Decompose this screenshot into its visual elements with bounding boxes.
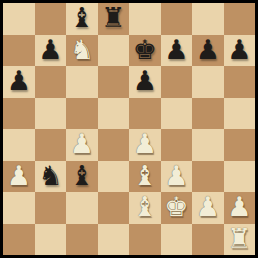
square-a4[interactable] <box>3 129 35 161</box>
piece-white-pawn[interactable]: ♟ <box>70 130 94 157</box>
square-b5[interactable] <box>35 98 67 130</box>
square-c6[interactable] <box>66 66 98 98</box>
square-c8[interactable]: ♝ <box>66 3 98 35</box>
square-f1[interactable] <box>161 224 193 256</box>
square-b6[interactable] <box>35 66 67 98</box>
square-d2[interactable] <box>98 192 130 224</box>
square-g2[interactable]: ♟ <box>192 192 224 224</box>
square-d8[interactable]: ♜ <box>98 3 130 35</box>
square-h5[interactable] <box>224 98 256 130</box>
square-g3[interactable] <box>192 161 224 193</box>
square-f5[interactable] <box>161 98 193 130</box>
square-c5[interactable] <box>66 98 98 130</box>
chess-board-frame: ♝♜♟♞♚♟♟♟♟♟♟♟♟♞♝♝♟♝♚♟♟♜ <box>0 0 258 258</box>
square-g6[interactable] <box>192 66 224 98</box>
piece-black-pawn[interactable]: ♟ <box>133 67 157 94</box>
piece-black-pawn[interactable]: ♟ <box>7 67 31 94</box>
square-f6[interactable] <box>161 66 193 98</box>
piece-black-bishop[interactable]: ♝ <box>70 4 94 31</box>
square-c3[interactable]: ♝ <box>66 161 98 193</box>
square-h2[interactable]: ♟ <box>224 192 256 224</box>
piece-black-pawn[interactable]: ♟ <box>227 36 251 63</box>
piece-white-pawn[interactable]: ♟ <box>196 193 220 220</box>
square-c2[interactable] <box>66 192 98 224</box>
square-h6[interactable] <box>224 66 256 98</box>
square-e6[interactable]: ♟ <box>129 66 161 98</box>
piece-black-pawn[interactable]: ♟ <box>196 36 220 63</box>
square-c1[interactable] <box>66 224 98 256</box>
square-e8[interactable] <box>129 3 161 35</box>
square-d4[interactable] <box>98 129 130 161</box>
chess-board: ♝♜♟♞♚♟♟♟♟♟♟♟♟♞♝♝♟♝♚♟♟♜ <box>3 3 255 255</box>
piece-white-king[interactable]: ♚ <box>164 193 188 220</box>
square-d7[interactable] <box>98 35 130 67</box>
square-b3[interactable]: ♞ <box>35 161 67 193</box>
square-f7[interactable]: ♟ <box>161 35 193 67</box>
piece-white-bishop[interactable]: ♝ <box>133 193 157 220</box>
piece-white-bishop[interactable]: ♝ <box>133 162 157 189</box>
square-d3[interactable] <box>98 161 130 193</box>
piece-black-rook[interactable]: ♜ <box>101 4 125 31</box>
piece-black-bishop[interactable]: ♝ <box>70 162 94 189</box>
square-h3[interactable] <box>224 161 256 193</box>
piece-white-pawn[interactable]: ♟ <box>164 162 188 189</box>
square-b4[interactable] <box>35 129 67 161</box>
piece-black-king[interactable]: ♚ <box>133 36 157 63</box>
square-d6[interactable] <box>98 66 130 98</box>
square-g8[interactable] <box>192 3 224 35</box>
square-g7[interactable]: ♟ <box>192 35 224 67</box>
square-a8[interactable] <box>3 3 35 35</box>
piece-white-pawn[interactable]: ♟ <box>227 193 251 220</box>
square-f4[interactable] <box>161 129 193 161</box>
square-e5[interactable] <box>129 98 161 130</box>
piece-black-knight[interactable]: ♞ <box>38 162 62 189</box>
square-c7[interactable]: ♞ <box>66 35 98 67</box>
square-e1[interactable] <box>129 224 161 256</box>
square-f2[interactable]: ♚ <box>161 192 193 224</box>
square-b2[interactable] <box>35 192 67 224</box>
square-e2[interactable]: ♝ <box>129 192 161 224</box>
square-h4[interactable] <box>224 129 256 161</box>
square-d5[interactable] <box>98 98 130 130</box>
square-a3[interactable]: ♟ <box>3 161 35 193</box>
piece-white-rook[interactable]: ♜ <box>227 225 251 252</box>
square-b8[interactable] <box>35 3 67 35</box>
square-h7[interactable]: ♟ <box>224 35 256 67</box>
square-e3[interactable]: ♝ <box>129 161 161 193</box>
square-h8[interactable] <box>224 3 256 35</box>
square-d1[interactable] <box>98 224 130 256</box>
square-f3[interactable]: ♟ <box>161 161 193 193</box>
square-a1[interactable] <box>3 224 35 256</box>
square-b7[interactable]: ♟ <box>35 35 67 67</box>
square-a2[interactable] <box>3 192 35 224</box>
piece-white-pawn[interactable]: ♟ <box>133 130 157 157</box>
square-a7[interactable] <box>3 35 35 67</box>
square-f8[interactable] <box>161 3 193 35</box>
piece-black-pawn[interactable]: ♟ <box>164 36 188 63</box>
square-h1[interactable]: ♜ <box>224 224 256 256</box>
piece-black-pawn[interactable]: ♟ <box>38 36 62 63</box>
square-e4[interactable]: ♟ <box>129 129 161 161</box>
square-c4[interactable]: ♟ <box>66 129 98 161</box>
piece-white-knight[interactable]: ♞ <box>70 36 94 63</box>
square-e7[interactable]: ♚ <box>129 35 161 67</box>
square-g4[interactable] <box>192 129 224 161</box>
square-a6[interactable]: ♟ <box>3 66 35 98</box>
square-g1[interactable] <box>192 224 224 256</box>
square-b1[interactable] <box>35 224 67 256</box>
square-g5[interactable] <box>192 98 224 130</box>
square-a5[interactable] <box>3 98 35 130</box>
piece-white-pawn[interactable]: ♟ <box>7 162 31 189</box>
